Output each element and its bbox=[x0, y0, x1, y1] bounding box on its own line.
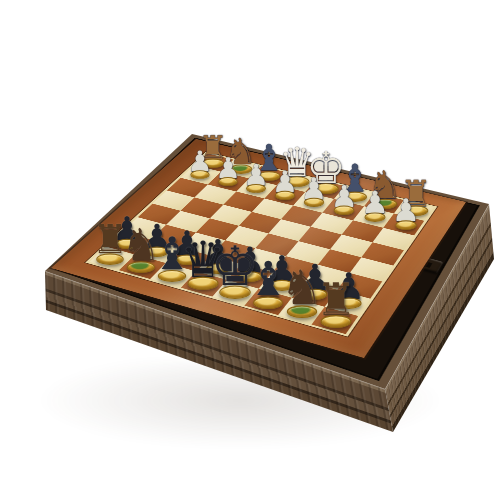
product-photo-scene: ♜♞♝♛♚♝♞♜♟♟♟♟♟♟♟♟♟♟♟♟♟♟♟♟♜♞♝♛♚♝♞♜ bbox=[0, 0, 500, 500]
